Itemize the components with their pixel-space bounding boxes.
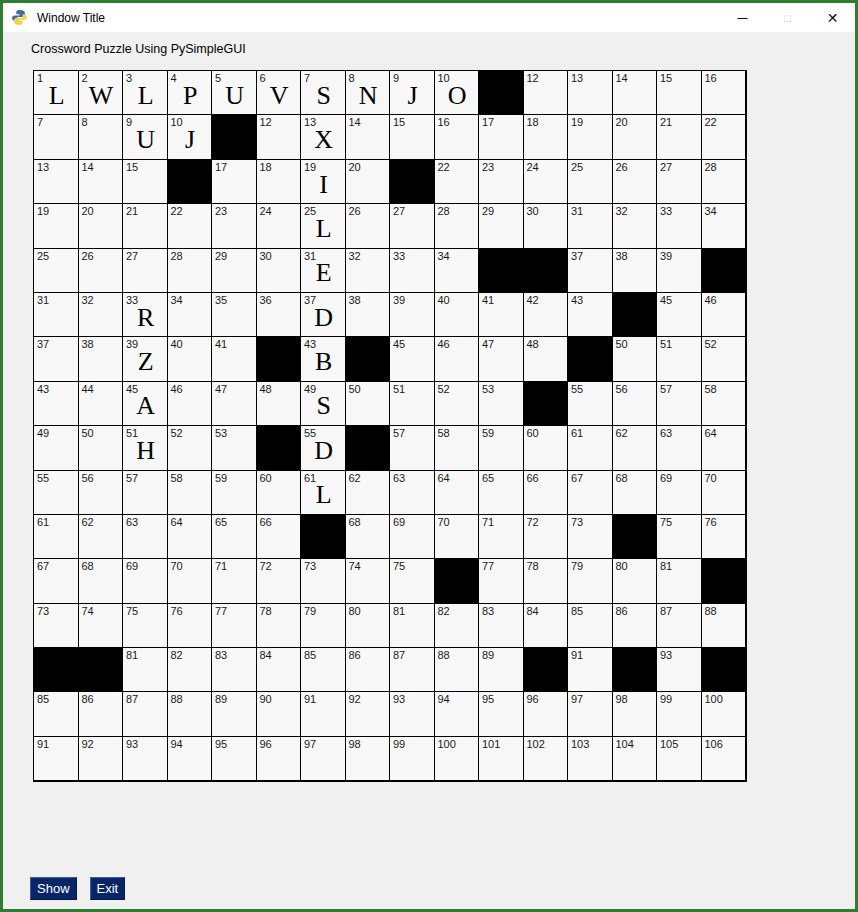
grid-cell[interactable]: 64: [435, 471, 480, 515]
grid-cell[interactable]: 78: [524, 559, 569, 603]
grid-cell[interactable]: 10O: [435, 71, 480, 115]
cell-number: 38: [82, 338, 94, 350]
cell-number: 68: [349, 516, 361, 528]
exit-button[interactable]: Exit: [90, 877, 126, 900]
cell-letter: V: [270, 83, 289, 109]
grid-cell[interactable]: 34: [435, 249, 480, 293]
grid-cell[interactable]: 52: [702, 337, 747, 381]
grid-cell[interactable]: 102: [524, 737, 569, 781]
cell-number: 81: [660, 560, 672, 572]
cell-number: 47: [482, 338, 494, 350]
black-cell: [168, 160, 213, 204]
grid-cell[interactable]: 58: [168, 471, 213, 515]
grid-cell[interactable]: 92: [346, 692, 391, 736]
grid-cell[interactable]: 42: [524, 293, 569, 337]
grid-cell[interactable]: 61: [568, 426, 613, 470]
grid-cell[interactable]: 101: [479, 737, 524, 781]
black-cell: [702, 249, 747, 293]
grid-cell[interactable]: 88: [168, 692, 213, 736]
grid-cell[interactable]: 70: [168, 559, 213, 603]
cell-number: 98: [616, 693, 628, 705]
grid-cell[interactable]: 64: [702, 426, 747, 470]
grid-cell[interactable]: 34: [702, 204, 747, 248]
grid-cell[interactable]: 34: [168, 293, 213, 337]
cell-number: 9: [393, 72, 399, 84]
grid-cell[interactable]: 18: [524, 115, 569, 159]
cell-letter: X: [314, 127, 333, 153]
grid-cell[interactable]: 99: [390, 737, 435, 781]
cell-number: 60: [260, 472, 272, 484]
cell-number: 17: [482, 116, 494, 128]
grid-cell[interactable]: 28: [168, 249, 213, 293]
grid-cell[interactable]: 86: [613, 604, 658, 648]
grid-cell[interactable]: 56: [613, 382, 658, 426]
grid-cell[interactable]: 5U: [212, 71, 257, 115]
grid-cell[interactable]: 87: [390, 648, 435, 692]
grid-cell[interactable]: 90: [257, 692, 302, 736]
grid-cell[interactable]: 40: [168, 337, 213, 381]
grid-cell[interactable]: 51: [657, 337, 702, 381]
grid-cell[interactable]: 8: [79, 115, 124, 159]
cell-number: 78: [260, 605, 272, 617]
cell-number: 46: [438, 338, 450, 350]
grid-cell[interactable]: 106: [702, 737, 747, 781]
grid-cell[interactable]: 27: [390, 204, 435, 248]
cell-number: 29: [482, 205, 494, 217]
grid-cell[interactable]: 39: [390, 293, 435, 337]
cell-number: 45: [660, 294, 672, 306]
grid-cell[interactable]: 22: [168, 204, 213, 248]
cell-number: 81: [393, 605, 405, 617]
cell-number: 84: [527, 605, 539, 617]
grid-cell[interactable]: 15: [123, 160, 168, 204]
grid-cell[interactable]: 46: [168, 382, 213, 426]
grid-cell[interactable]: 4P: [168, 71, 213, 115]
show-button[interactable]: Show: [30, 877, 77, 900]
grid-cell[interactable]: 39: [657, 249, 702, 293]
grid-cell[interactable]: 83: [212, 648, 257, 692]
grid-cell[interactable]: 74: [346, 559, 391, 603]
grid-cell[interactable]: 21: [123, 204, 168, 248]
grid-cell[interactable]: 86: [79, 692, 124, 736]
grid-cell[interactable]: 103: [568, 737, 613, 781]
grid-cell[interactable]: 38: [79, 337, 124, 381]
grid-cell[interactable]: 94: [435, 692, 480, 736]
cell-number: 80: [349, 605, 361, 617]
grid-cell[interactable]: 48: [257, 382, 302, 426]
grid-cell[interactable]: 46: [702, 293, 747, 337]
grid-cell[interactable]: 91: [301, 692, 346, 736]
grid-cell[interactable]: 12: [257, 115, 302, 159]
cell-number: 10: [171, 116, 183, 128]
grid-cell[interactable]: 41: [479, 293, 524, 337]
grid-cell[interactable]: 71: [479, 515, 524, 559]
grid-cell[interactable]: 83: [479, 604, 524, 648]
grid-cell[interactable]: 33: [390, 249, 435, 293]
grid-cell[interactable]: 86: [346, 648, 391, 692]
grid-cell[interactable]: 81: [390, 604, 435, 648]
grid-cell[interactable]: 3L: [123, 71, 168, 115]
cell-letter: A: [136, 393, 155, 419]
grid-cell[interactable]: 35: [212, 293, 257, 337]
cell-number: 82: [438, 605, 450, 617]
grid-cell[interactable]: 49S: [301, 382, 346, 426]
grid-cell[interactable]: 29: [479, 204, 524, 248]
grid-cell[interactable]: 18: [257, 160, 302, 204]
grid-cell[interactable]: 17: [212, 160, 257, 204]
grid-cell[interactable]: 33: [657, 204, 702, 248]
black-cell: [34, 648, 79, 692]
grid-cell[interactable]: 66: [524, 471, 569, 515]
grid-cell[interactable]: 94: [168, 737, 213, 781]
grid-cell[interactable]: 93: [657, 648, 702, 692]
cell-number: 96: [527, 693, 539, 705]
page-title: Crossword Puzzle Using PySimpleGUI: [31, 42, 246, 56]
grid-cell[interactable]: 68: [79, 559, 124, 603]
cell-number: 57: [126, 472, 138, 484]
cell-number: 22: [705, 116, 717, 128]
grid-cell[interactable]: 63: [390, 471, 435, 515]
grid-cell[interactable]: 33R: [123, 293, 168, 337]
grid-cell[interactable]: 98: [346, 737, 391, 781]
grid-cell[interactable]: 58: [435, 426, 480, 470]
grid-cell[interactable]: 30: [524, 204, 569, 248]
grid-cell[interactable]: 38: [613, 249, 658, 293]
cell-number: 47: [215, 383, 227, 395]
grid-cell[interactable]: 20: [613, 115, 658, 159]
grid-cell[interactable]: 73: [568, 515, 613, 559]
grid-cell[interactable]: 68: [346, 515, 391, 559]
grid-cell[interactable]: 59: [212, 471, 257, 515]
grid-cell[interactable]: 76: [168, 604, 213, 648]
grid-cell[interactable]: 77: [212, 604, 257, 648]
grid-cell[interactable]: 24: [257, 204, 302, 248]
grid-cell[interactable]: 16: [435, 115, 480, 159]
grid-cell[interactable]: 7: [34, 115, 79, 159]
grid-cell[interactable]: 45A: [123, 382, 168, 426]
grid-cell[interactable]: 73: [34, 604, 79, 648]
grid-cell[interactable]: 38: [346, 293, 391, 337]
grid-cell[interactable]: 85: [301, 648, 346, 692]
grid-cell[interactable]: 1L: [34, 71, 79, 115]
cell-number: 73: [571, 516, 583, 528]
grid-cell[interactable]: 69: [657, 471, 702, 515]
grid-cell[interactable]: 40: [435, 293, 480, 337]
cell-letter: L: [316, 482, 332, 508]
grid-cell[interactable]: 15: [657, 71, 702, 115]
grid-cell[interactable]: 97: [568, 692, 613, 736]
grid-cell[interactable]: 19: [568, 115, 613, 159]
grid-cell[interactable]: 75: [123, 604, 168, 648]
grid-cell[interactable]: 104: [613, 737, 658, 781]
grid-cell[interactable]: 96: [257, 737, 302, 781]
grid-cell[interactable]: 59: [479, 426, 524, 470]
grid-cell[interactable]: 71: [212, 559, 257, 603]
grid-cell[interactable]: 93: [123, 737, 168, 781]
grid-cell[interactable]: 51H: [123, 426, 168, 470]
cell-number: 53: [215, 427, 227, 439]
grid-cell[interactable]: 31E: [301, 249, 346, 293]
grid-cell[interactable]: 78: [257, 604, 302, 648]
cell-number: 27: [126, 250, 138, 262]
grid-cell[interactable]: 9U: [123, 115, 168, 159]
cell-number: 63: [393, 472, 405, 484]
grid-cell[interactable]: 72: [257, 559, 302, 603]
grid-cell[interactable]: 75: [657, 515, 702, 559]
grid-cell[interactable]: 31: [34, 293, 79, 337]
cell-number: 97: [571, 693, 583, 705]
cell-number: 75: [660, 516, 672, 528]
grid-cell[interactable]: 63: [123, 515, 168, 559]
grid-cell[interactable]: 28: [702, 160, 747, 204]
grid-cell[interactable]: 70: [702, 471, 747, 515]
grid-cell[interactable]: 93: [390, 692, 435, 736]
grid-cell[interactable]: 52: [435, 382, 480, 426]
grid-cell[interactable]: 13: [34, 160, 79, 204]
grid-cell[interactable]: 72: [524, 515, 569, 559]
grid-cell[interactable]: 51: [390, 382, 435, 426]
black-cell: [79, 648, 124, 692]
grid-cell[interactable]: 26: [613, 160, 658, 204]
grid-cell[interactable]: 55D: [301, 426, 346, 470]
grid-cell[interactable]: 14: [346, 115, 391, 159]
grid-cell[interactable]: 15: [390, 115, 435, 159]
grid-cell[interactable]: 2W: [79, 71, 124, 115]
cell-number: 16: [438, 116, 450, 128]
black-cell: [435, 559, 480, 603]
cell-number: 93: [126, 738, 138, 750]
grid-cell[interactable]: 50: [79, 426, 124, 470]
grid-cell[interactable]: 100: [702, 692, 747, 736]
maximize-button[interactable]: □: [765, 3, 810, 32]
cell-number: 105: [660, 738, 678, 750]
grid-cell[interactable]: 32: [79, 293, 124, 337]
grid-cell[interactable]: 17: [479, 115, 524, 159]
grid-cell[interactable]: 89: [212, 692, 257, 736]
grid-cell[interactable]: 57: [390, 426, 435, 470]
grid-cell[interactable]: 105: [657, 737, 702, 781]
cell-number: 74: [82, 605, 94, 617]
grid-cell[interactable]: 14: [79, 160, 124, 204]
cell-number: 76: [171, 605, 183, 617]
grid-cell[interactable]: 8N: [346, 71, 391, 115]
grid-cell[interactable]: 10J: [168, 115, 213, 159]
grid-cell[interactable]: 25: [568, 160, 613, 204]
grid-cell[interactable]: 82: [168, 648, 213, 692]
grid-cell[interactable]: 100: [435, 737, 480, 781]
grid-cell[interactable]: 64: [168, 515, 213, 559]
grid-cell[interactable]: 69: [390, 515, 435, 559]
grid-cell[interactable]: 29: [212, 249, 257, 293]
grid-cell[interactable]: 61L: [301, 471, 346, 515]
grid-cell[interactable]: 50: [346, 382, 391, 426]
grid-cell[interactable]: 53: [479, 382, 524, 426]
grid-cell[interactable]: 36: [257, 293, 302, 337]
cell-number: 88: [171, 693, 183, 705]
grid-cell[interactable]: 81: [123, 648, 168, 692]
cell-number: 4: [171, 72, 177, 84]
grid-cell[interactable]: 27: [657, 160, 702, 204]
grid-cell[interactable]: 45: [390, 337, 435, 381]
grid-cell[interactable]: 87: [123, 692, 168, 736]
grid-cell[interactable]: 23: [212, 204, 257, 248]
grid-cell[interactable]: 63: [657, 426, 702, 470]
grid-cell[interactable]: 13X: [301, 115, 346, 159]
grid-cell[interactable]: 57: [657, 382, 702, 426]
grid-cell[interactable]: 82: [435, 604, 480, 648]
cell-number: 19: [304, 161, 316, 173]
grid-cell[interactable]: 43: [568, 293, 613, 337]
grid-cell[interactable]: 24: [524, 160, 569, 204]
grid-cell[interactable]: 37D: [301, 293, 346, 337]
grid-cell[interactable]: 96: [524, 692, 569, 736]
grid-cell[interactable]: 80: [613, 559, 658, 603]
minimize-button[interactable]: ─: [720, 3, 765, 32]
grid-cell[interactable]: 92: [79, 737, 124, 781]
cell-number: 27: [393, 205, 405, 217]
cell-number: 64: [705, 427, 717, 439]
cell-number: 43: [571, 294, 583, 306]
grid-cell[interactable]: 95: [212, 737, 257, 781]
grid-cell[interactable]: 30: [257, 249, 302, 293]
grid-cell[interactable]: 37: [34, 337, 79, 381]
grid-cell[interactable]: 88: [435, 648, 480, 692]
grid-cell[interactable]: 95: [479, 692, 524, 736]
grid-cell[interactable]: 91: [34, 737, 79, 781]
grid-cell[interactable]: 60: [257, 471, 302, 515]
grid-cell[interactable]: 69: [123, 559, 168, 603]
grid-cell[interactable]: 22: [435, 160, 480, 204]
grid-cell[interactable]: 6V: [257, 71, 302, 115]
cell-letter: L: [49, 83, 65, 109]
grid-cell[interactable]: 77: [479, 559, 524, 603]
grid-cell[interactable]: 45: [657, 293, 702, 337]
grid-cell[interactable]: 48: [524, 337, 569, 381]
grid-cell[interactable]: 79: [568, 559, 613, 603]
grid-cell[interactable]: 49: [34, 426, 79, 470]
grid-cell[interactable]: 27: [123, 249, 168, 293]
grid-cell[interactable]: 87: [657, 604, 702, 648]
grid-cell[interactable]: 67: [34, 559, 79, 603]
grid-cell[interactable]: 7S: [301, 71, 346, 115]
grid-cell[interactable]: 62: [346, 471, 391, 515]
cell-number: 23: [482, 161, 494, 173]
cell-number: 32: [349, 250, 361, 262]
grid-cell[interactable]: 47: [479, 337, 524, 381]
grid-cell[interactable]: 98: [613, 692, 658, 736]
grid-cell[interactable]: 43: [34, 382, 79, 426]
grid-cell[interactable]: 84: [524, 604, 569, 648]
grid-cell[interactable]: 32: [613, 204, 658, 248]
grid-cell[interactable]: 19I: [301, 160, 346, 204]
cell-number: 43: [37, 383, 49, 395]
grid-cell[interactable]: 32: [346, 249, 391, 293]
grid-cell[interactable]: 12: [524, 71, 569, 115]
grid-cell[interactable]: 73: [301, 559, 346, 603]
grid-cell[interactable]: 39Z: [123, 337, 168, 381]
grid-cell[interactable]: 19: [34, 204, 79, 248]
grid-cell[interactable]: 46: [435, 337, 480, 381]
grid-cell[interactable]: 91: [568, 648, 613, 692]
grid-cell[interactable]: 66: [257, 515, 302, 559]
grid-cell[interactable]: 88: [702, 604, 747, 648]
grid-cell[interactable]: 20: [346, 160, 391, 204]
grid-cell[interactable]: 37: [568, 249, 613, 293]
grid-cell[interactable]: 97: [301, 737, 346, 781]
close-button[interactable]: ✕: [810, 3, 855, 32]
grid-cell[interactable]: 50: [613, 337, 658, 381]
grid-cell[interactable]: 26: [79, 249, 124, 293]
cell-number: 3: [126, 72, 132, 84]
grid-cell[interactable]: 74: [79, 604, 124, 648]
grid-cell[interactable]: 55: [34, 471, 79, 515]
grid-cell[interactable]: 47: [212, 382, 257, 426]
grid-cell[interactable]: 99: [657, 692, 702, 736]
grid-cell[interactable]: 79: [301, 604, 346, 648]
grid-cell[interactable]: 68: [613, 471, 658, 515]
grid-cell[interactable]: 57: [123, 471, 168, 515]
grid-cell[interactable]: 21: [657, 115, 702, 159]
cell-number: 24: [527, 161, 539, 173]
grid-cell[interactable]: 26: [346, 204, 391, 248]
grid-cell[interactable]: 16: [702, 71, 747, 115]
grid-cell[interactable]: 67: [568, 471, 613, 515]
cell-number: 93: [660, 649, 672, 661]
grid-cell[interactable]: 62: [79, 515, 124, 559]
grid-cell[interactable]: 13: [568, 71, 613, 115]
cell-number: 71: [482, 516, 494, 528]
grid-cell[interactable]: 52: [168, 426, 213, 470]
window-controls: ─ □ ✕: [720, 3, 855, 32]
grid-cell[interactable]: 65: [212, 515, 257, 559]
cell-number: 8: [82, 116, 88, 128]
grid-cell[interactable]: 31: [568, 204, 613, 248]
grid-cell[interactable]: 25L: [301, 204, 346, 248]
grid-cell[interactable]: 65: [479, 471, 524, 515]
grid-cell[interactable]: 89: [479, 648, 524, 692]
grid-cell[interactable]: 22: [702, 115, 747, 159]
grid-cell[interactable]: 85: [568, 604, 613, 648]
grid-cell[interactable]: 20: [79, 204, 124, 248]
grid-cell[interactable]: 55: [568, 382, 613, 426]
grid-cell[interactable]: 85: [34, 692, 79, 736]
grid-cell[interactable]: 43B: [301, 337, 346, 381]
grid-cell[interactable]: 23: [479, 160, 524, 204]
grid-cell[interactable]: 75: [390, 559, 435, 603]
grid-cell[interactable]: 53: [212, 426, 257, 470]
grid-cell[interactable]: 58: [702, 382, 747, 426]
grid-cell[interactable]: 14: [613, 71, 658, 115]
grid-cell[interactable]: 70: [435, 515, 480, 559]
grid-cell[interactable]: 61: [34, 515, 79, 559]
grid-cell[interactable]: 56: [79, 471, 124, 515]
grid-cell[interactable]: 76: [702, 515, 747, 559]
grid-cell[interactable]: 28: [435, 204, 480, 248]
grid-cell[interactable]: 60: [524, 426, 569, 470]
cell-number: 78: [527, 560, 539, 572]
cell-letter: U: [136, 127, 155, 153]
grid-cell[interactable]: 9J: [390, 71, 435, 115]
grid-cell[interactable]: 44: [79, 382, 124, 426]
grid-cell[interactable]: 84: [257, 648, 302, 692]
black-cell: [257, 426, 302, 470]
grid-cell[interactable]: 62: [613, 426, 658, 470]
grid-cell[interactable]: 41: [212, 337, 257, 381]
grid-cell[interactable]: 25: [34, 249, 79, 293]
grid-cell[interactable]: 80: [346, 604, 391, 648]
cell-number: 91: [304, 693, 316, 705]
grid-cell[interactable]: 81: [657, 559, 702, 603]
